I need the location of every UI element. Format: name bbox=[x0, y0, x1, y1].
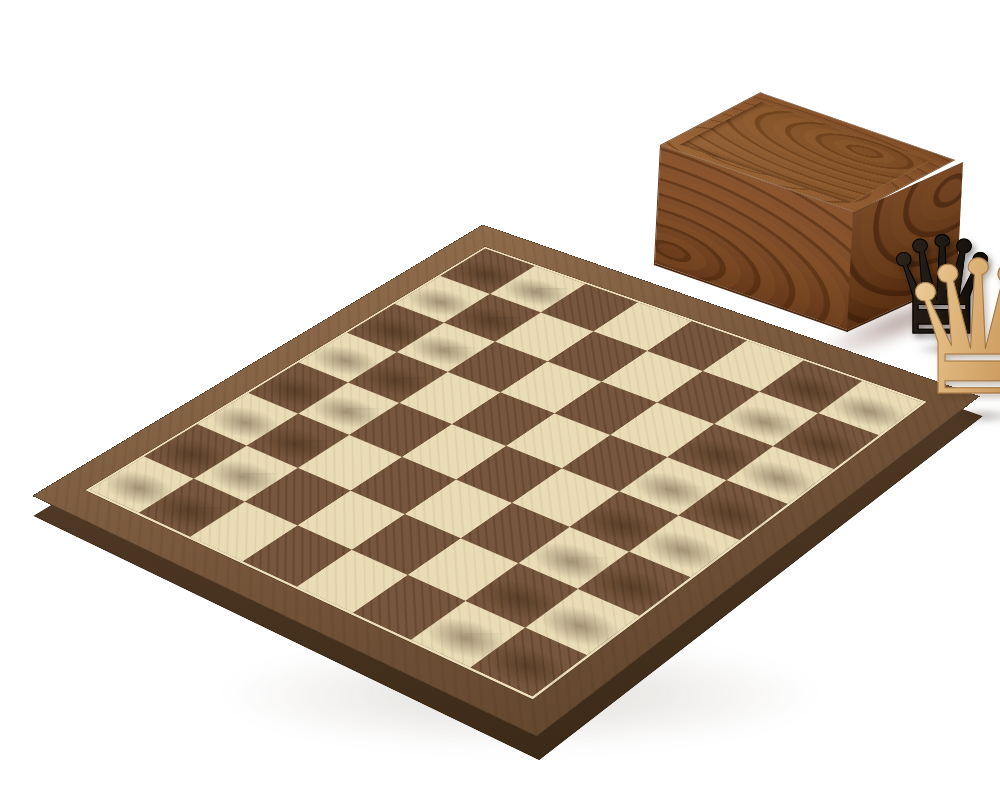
board-scene: ♜♟♟♜♞♟♟♞♝♟♟♝♚♟♟♚♛♟♟♛♝♟♟♝♞♟♟♞♜♟♟♜ bbox=[0, 0, 1000, 800]
chess-set-photo: ♛ ♜♟♟♜♞♟♟♞♝♟♟♝♚♟♟♚♛♟♟♛♝♟♟♝♞♟♟♞♜♟♟♜ ♛ bbox=[0, 0, 1000, 800]
chess-board: ♜♟♟♜♞♟♟♞♝♟♟♝♚♟♟♚♛♟♟♛♝♟♟♝♞♟♟♞♜♟♟♜ bbox=[32, 225, 980, 737]
square-a1[interactable]: ♜ bbox=[471, 628, 587, 697]
spare-white-queen[interactable]: ♛ bbox=[878, 237, 1000, 422]
piece-black-pawn[interactable]: ♟ bbox=[88, 414, 291, 516]
board-grid: ♜♟♟♜♞♟♟♞♝♟♟♝♚♟♟♚♛♟♟♛♝♟♟♝♞♟♟♞♜♟♟♜ bbox=[90, 249, 923, 697]
piece-white-rook[interactable]: ♜ bbox=[415, 532, 638, 670]
